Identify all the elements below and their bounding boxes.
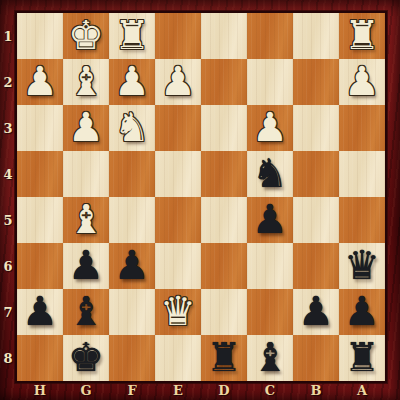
square-g3[interactable]: ♟ [63, 105, 109, 151]
file-label-E: E [155, 381, 201, 400]
square-d4[interactable] [201, 151, 247, 197]
square-d5[interactable] [201, 197, 247, 243]
chess-board-frame: ♚♜♜♟♝♟♟♟♟♞♟♞♝♟♟♟♛♟♝♛♟♟♚♜♝♜ 12345678HGFED… [0, 0, 400, 400]
square-a4[interactable] [339, 151, 385, 197]
square-h8[interactable] [17, 335, 63, 381]
rank-label-5: 5 [0, 197, 16, 243]
square-f2[interactable]: ♟ [109, 59, 155, 105]
square-g6[interactable]: ♟ [63, 243, 109, 289]
black-knight-c4[interactable]: ♞ [252, 153, 288, 193]
rank-label-8: 8 [0, 335, 16, 381]
white-pawn-a2[interactable]: ♟ [344, 61, 380, 101]
square-d2[interactable] [201, 59, 247, 105]
white-king-g1[interactable]: ♚ [68, 15, 104, 55]
white-knight-f3[interactable]: ♞ [114, 107, 150, 147]
white-pawn-g3[interactable]: ♟ [68, 107, 104, 147]
square-e4[interactable] [155, 151, 201, 197]
white-pawn-c3[interactable]: ♟ [252, 107, 288, 147]
rank-label-3: 3 [0, 105, 16, 151]
square-c2[interactable] [247, 59, 293, 105]
square-a5[interactable] [339, 197, 385, 243]
square-e5[interactable] [155, 197, 201, 243]
square-e6[interactable] [155, 243, 201, 289]
square-d3[interactable] [201, 105, 247, 151]
square-a2[interactable]: ♟ [339, 59, 385, 105]
white-queen-e7[interactable]: ♛ [160, 291, 196, 331]
black-pawn-b7[interactable]: ♟ [298, 291, 334, 331]
square-g4[interactable] [63, 151, 109, 197]
square-e1[interactable] [155, 13, 201, 59]
black-pawn-g6[interactable]: ♟ [68, 245, 104, 285]
white-pawn-h2[interactable]: ♟ [22, 61, 58, 101]
square-d8[interactable]: ♜ [201, 335, 247, 381]
rank-label-1: 1 [0, 13, 16, 59]
square-g7[interactable]: ♝ [63, 289, 109, 335]
square-e3[interactable] [155, 105, 201, 151]
square-h6[interactable] [17, 243, 63, 289]
square-c1[interactable] [247, 13, 293, 59]
square-f4[interactable] [109, 151, 155, 197]
square-c5[interactable]: ♟ [247, 197, 293, 243]
square-b3[interactable] [293, 105, 339, 151]
square-b4[interactable] [293, 151, 339, 197]
white-bishop-g5[interactable]: ♝ [68, 199, 104, 239]
file-label-G: G [63, 381, 109, 400]
square-h1[interactable] [17, 13, 63, 59]
file-label-C: C [247, 381, 293, 400]
square-a8[interactable]: ♜ [339, 335, 385, 381]
file-label-H: H [17, 381, 63, 400]
square-c3[interactable]: ♟ [247, 105, 293, 151]
black-rook-d8[interactable]: ♜ [206, 337, 242, 377]
white-bishop-g2[interactable]: ♝ [68, 61, 104, 101]
black-bishop-c8[interactable]: ♝ [252, 337, 288, 377]
file-label-F: F [109, 381, 155, 400]
black-pawn-a7[interactable]: ♟ [344, 291, 380, 331]
square-f6[interactable]: ♟ [109, 243, 155, 289]
square-h3[interactable] [17, 105, 63, 151]
square-c6[interactable] [247, 243, 293, 289]
black-pawn-f6[interactable]: ♟ [114, 245, 150, 285]
board: ♚♜♜♟♝♟♟♟♟♞♟♞♝♟♟♟♛♟♝♛♟♟♚♜♝♜ [17, 13, 385, 381]
white-rook-a1[interactable]: ♜ [344, 15, 380, 55]
square-f8[interactable] [109, 335, 155, 381]
black-queen-a6[interactable]: ♛ [344, 245, 380, 285]
file-label-D: D [201, 381, 247, 400]
square-h4[interactable] [17, 151, 63, 197]
square-b5[interactable] [293, 197, 339, 243]
black-king-g8[interactable]: ♚ [68, 337, 104, 377]
square-h7[interactable]: ♟ [17, 289, 63, 335]
rank-label-6: 6 [0, 243, 16, 289]
rank-label-4: 4 [0, 151, 16, 197]
square-a1[interactable]: ♜ [339, 13, 385, 59]
square-g5[interactable]: ♝ [63, 197, 109, 243]
square-d1[interactable] [201, 13, 247, 59]
square-b6[interactable] [293, 243, 339, 289]
white-pawn-e2[interactable]: ♟ [160, 61, 196, 101]
black-bishop-g7[interactable]: ♝ [68, 291, 104, 331]
square-d6[interactable] [201, 243, 247, 289]
square-c4[interactable]: ♞ [247, 151, 293, 197]
square-f1[interactable]: ♜ [109, 13, 155, 59]
square-b2[interactable] [293, 59, 339, 105]
rank-label-7: 7 [0, 289, 16, 335]
square-e7[interactable]: ♛ [155, 289, 201, 335]
square-f3[interactable]: ♞ [109, 105, 155, 151]
square-d7[interactable] [201, 289, 247, 335]
square-e8[interactable] [155, 335, 201, 381]
square-c7[interactable] [247, 289, 293, 335]
black-pawn-c5[interactable]: ♟ [252, 199, 288, 239]
square-a3[interactable] [339, 105, 385, 151]
rank-label-2: 2 [0, 59, 16, 105]
square-e2[interactable]: ♟ [155, 59, 201, 105]
file-label-A: A [339, 381, 385, 400]
square-h2[interactable]: ♟ [17, 59, 63, 105]
square-g8[interactable]: ♚ [63, 335, 109, 381]
white-pawn-f2[interactable]: ♟ [114, 61, 150, 101]
square-f7[interactable] [109, 289, 155, 335]
file-label-B: B [293, 381, 339, 400]
square-h5[interactable] [17, 197, 63, 243]
square-b8[interactable] [293, 335, 339, 381]
square-a6[interactable]: ♛ [339, 243, 385, 289]
square-g2[interactable]: ♝ [63, 59, 109, 105]
square-b1[interactable] [293, 13, 339, 59]
square-g1[interactable]: ♚ [63, 13, 109, 59]
white-rook-f1[interactable]: ♜ [114, 15, 150, 55]
black-rook-a8[interactable]: ♜ [344, 337, 380, 377]
square-f5[interactable] [109, 197, 155, 243]
black-pawn-h7[interactable]: ♟ [22, 291, 58, 331]
square-c8[interactable]: ♝ [247, 335, 293, 381]
square-b7[interactable]: ♟ [293, 289, 339, 335]
square-a7[interactable]: ♟ [339, 289, 385, 335]
